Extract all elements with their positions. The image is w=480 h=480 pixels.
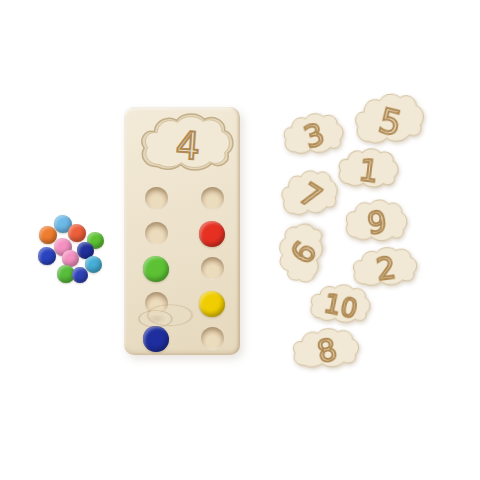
number-tile-active[interactable]: 4	[141, 113, 235, 173]
green-felt-ball[interactable]	[143, 256, 169, 282]
board-cell-r2c1[interactable]	[128, 216, 184, 251]
blue-felt-ball[interactable]	[38, 247, 56, 265]
stage: 4 3517962108	[0, 0, 480, 480]
board-cell-r1c2[interactable]	[184, 181, 240, 216]
tile-digit: 1	[357, 154, 380, 186]
number-tile-1[interactable]: 1	[335, 144, 403, 192]
board-cell-r2c2[interactable]	[184, 216, 240, 251]
pink-felt-ball[interactable]	[62, 250, 79, 267]
board: 4	[124, 107, 240, 355]
board-cell-r3c2[interactable]	[184, 251, 240, 286]
tile-digit: 10	[322, 290, 360, 322]
red-felt-ball[interactable]	[199, 221, 225, 247]
coral-felt-ball[interactable]	[68, 224, 86, 242]
counting-hole[interactable]	[145, 187, 168, 210]
blue-felt-ball[interactable]	[72, 267, 88, 283]
counting-hole[interactable]	[201, 187, 224, 210]
teal-felt-ball[interactable]	[85, 256, 102, 273]
board-cell-r1c1[interactable]	[128, 181, 184, 216]
number-tile-8[interactable]: 8	[289, 324, 364, 372]
counting-hole[interactable]	[201, 257, 224, 280]
number-tile-6[interactable]: 6	[270, 216, 332, 289]
number-tile-10[interactable]: 10	[306, 279, 376, 329]
board-cell-r3c1[interactable]	[128, 251, 184, 286]
tile-digit: 9	[366, 207, 388, 239]
counting-hole[interactable]	[201, 327, 224, 350]
number-tile-7[interactable]: 7	[276, 164, 344, 222]
counting-hole[interactable]	[145, 222, 168, 245]
number-tile-5[interactable]: 5	[349, 87, 430, 151]
wood-grain-knot	[138, 299, 196, 335]
number-tile-9[interactable]: 9	[342, 196, 412, 246]
active-tile-digit: 4	[175, 126, 202, 166]
yellow-felt-ball[interactable]	[199, 291, 225, 317]
